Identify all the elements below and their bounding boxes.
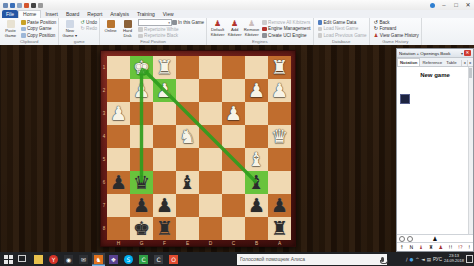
square-e5[interactable] <box>176 148 199 171</box>
square-a3[interactable] <box>268 102 291 125</box>
square-b2[interactable]: ♟ <box>245 79 268 102</box>
square-f4[interactable] <box>153 125 176 148</box>
copy-icon <box>21 33 26 38</box>
copy-position-button[interactable]: Copy Position <box>21 32 56 39</box>
taskbar-app-chess-app[interactable]: ♞ <box>92 253 105 266</box>
remove-kibitzers-icon <box>262 20 267 25</box>
next-game-icon <box>318 27 323 32</box>
view-game-history-icon: ♟ <box>374 33 378 38</box>
panel-tab-table[interactable]: Table <box>444 59 458 66</box>
maximize-button[interactable]: □ <box>450 1 462 10</box>
repertoire-white-icon <box>138 27 143 32</box>
notation-content[interactable]: New game <box>397 67 473 234</box>
file-label-e: E <box>176 240 199 247</box>
square-b8[interactable] <box>245 217 268 240</box>
annotation-symbols-row: ↑N♝♜♟!!!?! <box>397 242 473 251</box>
taskbar-app-red-app[interactable]: O <box>167 253 180 266</box>
square-h2[interactable] <box>107 79 130 102</box>
zoom-out-icon[interactable] <box>407 236 413 242</box>
edit-game-data-button[interactable]: Edit Game Data <box>318 19 367 26</box>
keyboard-icon[interactable]: ▤ <box>427 257 431 262</box>
file-labels: HGFEDCBA <box>107 240 291 247</box>
square-f5[interactable] <box>153 148 176 171</box>
redo-icon: ↻ <box>80 26 84 31</box>
online-button[interactable]: Online <box>102 19 119 39</box>
start-button[interactable] <box>0 252 16 266</box>
square-d3[interactable] <box>199 102 222 125</box>
tab-board[interactable]: Board <box>62 11 83 18</box>
square-g7[interactable]: ♟ <box>130 194 153 217</box>
square-g1[interactable]: ♚ <box>130 56 153 79</box>
notification-center-icon[interactable] <box>466 255 473 263</box>
file-label-h: H <box>107 240 130 247</box>
mail-icon: ✉ <box>79 255 88 264</box>
black-rook-f8[interactable]: ♜ <box>153 217 176 240</box>
position-search-combobox[interactable]: ▾ <box>138 19 172 26</box>
white-knight-e4[interactable]: ♞ <box>176 125 199 148</box>
ribbon-group-final-position: OnlineHard Disk▾In this GameRepertoire W… <box>100 18 207 45</box>
annotation-symbol-[interactable]: ♜ <box>429 244 433 250</box>
zoom-in-icon[interactable] <box>399 236 405 242</box>
file-label-d: D <box>199 240 222 247</box>
close-button[interactable]: ✕ <box>462 1 474 10</box>
paste-game-button[interactable]: Paste Game <box>2 19 19 39</box>
black-pawn-b7[interactable]: ♟ <box>245 194 268 217</box>
panel-close-icon[interactable]: ✕ <box>464 50 471 56</box>
taskbar-app-green-app[interactable]: C <box>137 253 150 266</box>
square-f6[interactable] <box>153 171 176 194</box>
white-pawn-h3[interactable]: ♟ <box>107 102 130 125</box>
dark-app-icon: C <box>154 255 163 264</box>
chess-app-icon: ♞ <box>94 255 103 264</box>
black-pawn-a7[interactable]: ♟ <box>268 194 291 217</box>
annotation-symbol-[interactable]: !! <box>449 244 453 250</box>
square-f2[interactable]: ♟ <box>153 79 176 102</box>
square-f7[interactable]: ♟ <box>153 194 176 217</box>
square-b6[interactable]: ♝ <box>245 171 268 194</box>
notation-panel-tabs: NotationReferenceTable◂▸ <box>397 58 473 67</box>
square-g5[interactable] <box>130 148 153 171</box>
square-g3[interactable] <box>130 102 153 125</box>
chess-board[interactable]: ♚♜♜♟♟♟♟♟♟♞♛♝♟♛♝♝♟♟♟♟♚♜♜ <box>107 56 291 240</box>
paste-icon <box>21 20 26 25</box>
white-king-g1[interactable]: ♚ <box>130 56 153 79</box>
panel-tab-notation[interactable]: Notation <box>397 58 420 66</box>
diagram-icon[interactable] <box>400 94 410 104</box>
repertoire-black-icon <box>138 34 143 39</box>
repertoire-white-button: Repertoire White <box>138 26 204 33</box>
photos-app-icon: ❖ <box>109 255 118 264</box>
square-a5[interactable] <box>268 148 291 171</box>
repertoire-black-button: Repertoire Black <box>138 33 204 40</box>
clock[interactable]: 23:1324.09.2018 <box>444 254 464 263</box>
view-game-history-button[interactable]: ♟View Game History <box>374 32 419 39</box>
system-tray: ∕●^◄▤РУС23:1324.09.2018 <box>406 252 473 266</box>
load-next-game-button: Load Next Game <box>318 26 367 33</box>
tab-training[interactable]: Training <box>133 11 159 18</box>
hard-disk-button[interactable]: Hard Disk <box>119 19 136 39</box>
square-a4[interactable]: ♛ <box>268 125 291 148</box>
taskbar-apps: Y◉✉♞❖SCCO <box>32 252 180 266</box>
forward-button[interactable]: ↻Forward <box>374 26 419 33</box>
back-icon: ↺ <box>374 20 378 25</box>
browser-tray-icon[interactable]: ● <box>410 257 414 262</box>
undo-icon: ↺ <box>80 20 84 25</box>
square-d6[interactable] <box>199 171 222 194</box>
window-controls: –□✕ <box>430 1 474 10</box>
square-a2[interactable]: ♟ <box>268 79 291 102</box>
new-game-button[interactable]: New Game ▾ <box>61 19 78 39</box>
language-indicator[interactable]: РУС <box>433 257 442 262</box>
tab-report[interactable]: Report <box>83 11 106 18</box>
notation-panel-titlebar[interactable]: Notation + Openings Book ▾ ✕ <box>397 49 473 58</box>
square-e2[interactable] <box>176 79 199 102</box>
black-queen-g6[interactable]: ♛ <box>130 171 153 194</box>
ribbon-group-clipboard: Paste GamePaste PositionCopy GameCopy Po… <box>0 18 59 45</box>
annotation-symbol-[interactable]: !? <box>458 244 463 250</box>
save-icon[interactable] <box>10 3 15 8</box>
in-this-game-button[interactable]: In this Game <box>172 19 204 26</box>
white-pawn-b2[interactable]: ♟ <box>245 79 268 102</box>
online-search-icon <box>107 20 115 28</box>
ribbon-group-game: New Game ▾↺Undo↻Redogame <box>59 18 100 45</box>
minimize-button[interactable]: – <box>438 1 450 10</box>
square-g6[interactable]: ♛ <box>130 171 153 194</box>
uci-engine-icon <box>262 33 267 38</box>
panel-tab-reference[interactable]: Reference <box>420 59 444 66</box>
undo-icon[interactable] <box>17 3 22 8</box>
square-c8[interactable] <box>222 217 245 240</box>
taskbar-search[interactable]: Голосовой помощник Алиса <box>237 254 387 265</box>
square-h8[interactable] <box>107 217 130 240</box>
black-pawn-icon[interactable]: ♟ <box>432 235 437 242</box>
menu-down-icon[interactable] <box>38 3 43 8</box>
taskbar-app-camera[interactable]: ◉ <box>62 253 75 266</box>
ribbon-group-database: Edit Game DataLoad Next GameLoad Previou… <box>314 18 370 45</box>
notation-panel: Notation + Openings Book ▾ ✕ NotationRef… <box>396 48 474 252</box>
skype-icon: S <box>124 255 133 264</box>
square-a1[interactable]: ♜ <box>268 56 291 79</box>
ribbon-group-game-history: ↺Back↻Forward♟View Game HistoryGame Hist… <box>370 18 422 45</box>
square-c7[interactable] <box>222 194 245 217</box>
notation-heading: New game <box>397 72 473 78</box>
piece-icon[interactable] <box>31 3 36 8</box>
copy-game-button[interactable]: Copy Game <box>21 26 56 33</box>
square-a6[interactable] <box>268 171 291 194</box>
annotation-symbol-n[interactable]: N <box>409 244 413 250</box>
paste-position-button[interactable]: Paste Position <box>21 19 56 26</box>
square-d1[interactable] <box>199 56 222 79</box>
square-c2[interactable] <box>222 79 245 102</box>
square-e4[interactable]: ♞ <box>176 125 199 148</box>
black-bishop-b6[interactable]: ♝ <box>245 171 268 194</box>
square-h6[interactable]: ♟ <box>107 171 130 194</box>
default-kibitzer-button[interactable]: ♟Default Kibitzer <box>209 19 226 39</box>
board-icon[interactable] <box>24 3 29 8</box>
tab-home[interactable]: Home <box>18 10 41 18</box>
square-g8[interactable]: ♚ <box>130 217 153 240</box>
taskbar-app-yandex-browser[interactable]: Y <box>47 253 60 266</box>
white-bishop-b5[interactable]: ♝ <box>245 148 268 171</box>
taskbar: Y◉✉♞❖SCCO Голосовой помощник Алиса ∕●^◄▤… <box>0 252 474 266</box>
square-a8[interactable]: ♜ <box>268 217 291 240</box>
redo-button: ↻Redo <box>80 26 97 33</box>
clipboard-icon <box>7 20 15 28</box>
copy-icon <box>21 27 26 32</box>
square-d2[interactable] <box>199 79 222 102</box>
square-b3[interactable] <box>245 102 268 125</box>
tab-insert[interactable]: Insert <box>41 11 62 18</box>
white-rook-a1[interactable]: ♜ <box>268 56 291 79</box>
taskbar-app-file-explorer[interactable] <box>32 253 45 266</box>
tab-analysis[interactable]: Analysis <box>106 11 133 18</box>
clock-date: 24.09.2018 <box>444 259 464 264</box>
yandex-browser-icon: Y <box>49 255 58 264</box>
white-pawn-f2[interactable]: ♟ <box>153 79 176 102</box>
back-button[interactable]: ↺Back <box>374 19 419 26</box>
square-h1[interactable] <box>107 56 130 79</box>
notation-panel-title: Notation + Openings Book <box>399 51 460 56</box>
white-pawn-a2[interactable]: ♟ <box>268 79 291 102</box>
search-text: Голосовой помощник Алиса <box>240 256 305 262</box>
black-pawn-h6[interactable]: ♟ <box>107 171 130 194</box>
camera-icon: ◉ <box>64 255 73 264</box>
task-view-button[interactable] <box>18 255 26 262</box>
green-app-icon: C <box>139 255 148 264</box>
quick-access-toolbar <box>3 3 43 8</box>
file-label-c: C <box>222 240 245 247</box>
square-f1[interactable]: ♜ <box>153 56 176 79</box>
notation-tools-row: ♟ <box>397 234 473 242</box>
remove-all-kibitzers-button: Remove All Kibitzers <box>262 19 310 26</box>
square-c6[interactable] <box>222 171 245 194</box>
app-icon[interactable] <box>3 3 8 8</box>
square-h7[interactable] <box>107 194 130 217</box>
square-e7[interactable] <box>176 194 199 217</box>
previous-game-icon <box>318 33 323 38</box>
black-king-g8[interactable]: ♚ <box>130 217 153 240</box>
square-e3[interactable] <box>176 102 199 125</box>
square-b5[interactable]: ♝ <box>245 148 268 171</box>
load-previous-game-button: Load Previous Game <box>318 32 367 39</box>
square-b7[interactable]: ♟ <box>245 194 268 217</box>
square-e1[interactable] <box>176 56 199 79</box>
search-icon <box>172 20 177 25</box>
taskbar-app-photos-app[interactable]: ❖ <box>107 253 120 266</box>
white-queen-a4[interactable]: ♛ <box>268 125 291 148</box>
square-g2[interactable]: ♟ <box>130 79 153 102</box>
square-h3[interactable]: ♟ <box>107 102 130 125</box>
square-c5[interactable] <box>222 148 245 171</box>
square-d8[interactable] <box>199 217 222 240</box>
panel-dropdown-icon[interactable]: ▾ <box>461 51 463 56</box>
add-kibitzer-button[interactable]: ♟Add Kibitzer <box>226 19 243 39</box>
tab-file[interactable]: File <box>2 10 18 18</box>
square-d7[interactable] <box>199 194 222 217</box>
annotation-symbol-[interactable]: ! <box>468 244 470 250</box>
forward-icon: ↻ <box>374 26 378 31</box>
square-b4[interactable] <box>245 125 268 148</box>
black-rook-a8[interactable]: ♜ <box>268 217 291 240</box>
tab-view[interactable]: View <box>159 11 178 18</box>
square-f8[interactable]: ♜ <box>153 217 176 240</box>
square-c4[interactable] <box>222 125 245 148</box>
help-icon[interactable] <box>430 3 435 8</box>
new-game-icon <box>66 20 74 28</box>
square-e8[interactable] <box>176 217 199 240</box>
chevron-up-icon[interactable]: ^ <box>415 257 419 262</box>
taskbar-app-skype[interactable]: S <box>122 253 135 266</box>
create-uci-engine-button[interactable]: Create UCI Engine <box>262 32 310 39</box>
engine-icon <box>262 27 267 32</box>
black-bishop-e6[interactable]: ♝ <box>176 171 199 194</box>
microphone-icon[interactable] <box>381 257 384 262</box>
pen-icon[interactable]: ∕ <box>406 257 408 262</box>
square-c1[interactable] <box>222 56 245 79</box>
square-a7[interactable]: ♟ <box>268 194 291 217</box>
file-label-g: G <box>130 240 153 247</box>
white-pawn-c3[interactable]: ♟ <box>222 102 245 125</box>
white-pawn-g2[interactable]: ♟ <box>130 79 153 102</box>
square-e6[interactable]: ♝ <box>176 171 199 194</box>
notation-scrollbar[interactable] <box>468 67 473 234</box>
combobox-dropdown-icon[interactable]: ▾ <box>167 21 171 25</box>
screen: –□✕ FileHomeInsertBoardReportAnalysisTra… <box>0 0 474 266</box>
edit-icon <box>318 20 323 25</box>
taskbar-app-mail[interactable]: ✉ <box>77 253 90 266</box>
white-rook-f1[interactable]: ♜ <box>153 56 176 79</box>
taskbar-app-dark-app[interactable]: C <box>152 253 165 266</box>
annotation-symbol-[interactable]: ♝ <box>419 244 423 250</box>
engine-management-button[interactable]: Engine Management <box>262 26 310 33</box>
annotation-symbol-[interactable]: ↑ <box>400 244 404 250</box>
hard-disk-icon <box>124 20 132 28</box>
square-d5[interactable] <box>199 148 222 171</box>
black-pawn-f7[interactable]: ♟ <box>153 194 176 217</box>
chess-board-frame: 12345678 HGFEDCBA ♚♜♜♟♟♟♟♟♟♞♛♝♟♛♝♝♟♟♟♟♚♜… <box>100 50 296 247</box>
square-c3[interactable]: ♟ <box>222 102 245 125</box>
square-f3[interactable] <box>153 102 176 125</box>
file-label-b: B <box>245 240 268 247</box>
volume-icon[interactable]: ◄ <box>421 257 424 262</box>
red-app-icon: O <box>169 255 178 264</box>
square-g4[interactable] <box>130 125 153 148</box>
ribbon: Paste GamePaste PositionCopy GameCopy Po… <box>0 18 474 46</box>
annotation-symbol-[interactable]: ♟ <box>439 244 443 250</box>
square-h4[interactable] <box>107 125 130 148</box>
file-label-f: F <box>153 240 176 247</box>
file-label-a: A <box>268 240 291 247</box>
square-b1[interactable] <box>245 56 268 79</box>
panel-next-icon[interactable]: ▸ <box>467 60 473 66</box>
file-explorer-icon <box>34 255 43 264</box>
square-d4[interactable] <box>199 125 222 148</box>
remove-kibitzer-button[interactable]: ♟Remove Kibitzer <box>243 19 260 39</box>
black-pawn-g7[interactable]: ♟ <box>130 194 153 217</box>
square-h5[interactable] <box>107 148 130 171</box>
ribbon-group-engines: ♟Default Kibitzer♟Add Kibitzer♟Remove Ki… <box>207 18 313 45</box>
